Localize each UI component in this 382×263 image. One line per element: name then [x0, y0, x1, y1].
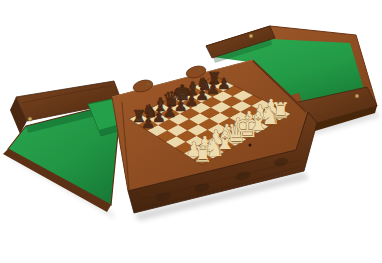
box-far-pin-left	[147, 83, 150, 86]
piece-white-rook-h1[interactable]: ♜	[271, 98, 291, 123]
chess-set-scene: ♜♞♝♛♚♝♞♜♟♟♟♟♟♟♟♟♟♟♟♟♟♟♟♟♜♞♝♛♚♝♞♜	[0, 0, 382, 263]
box-far-pin-right	[199, 69, 202, 72]
right-lid-brass-pin-far	[249, 34, 253, 38]
piece-black-pawn-h7[interactable]: ♟	[217, 75, 231, 93]
left-lid-brass-pin	[28, 117, 32, 121]
box-front-pin-2	[249, 144, 252, 147]
travel-chess-set-photo: ♜♞♝♛♚♝♞♜♟♟♟♟♟♟♟♟♟♟♟♟♟♟♟♟♜♞♝♛♚♝♞♜	[0, 0, 382, 263]
right-lid-brass-pin-near	[355, 94, 359, 98]
